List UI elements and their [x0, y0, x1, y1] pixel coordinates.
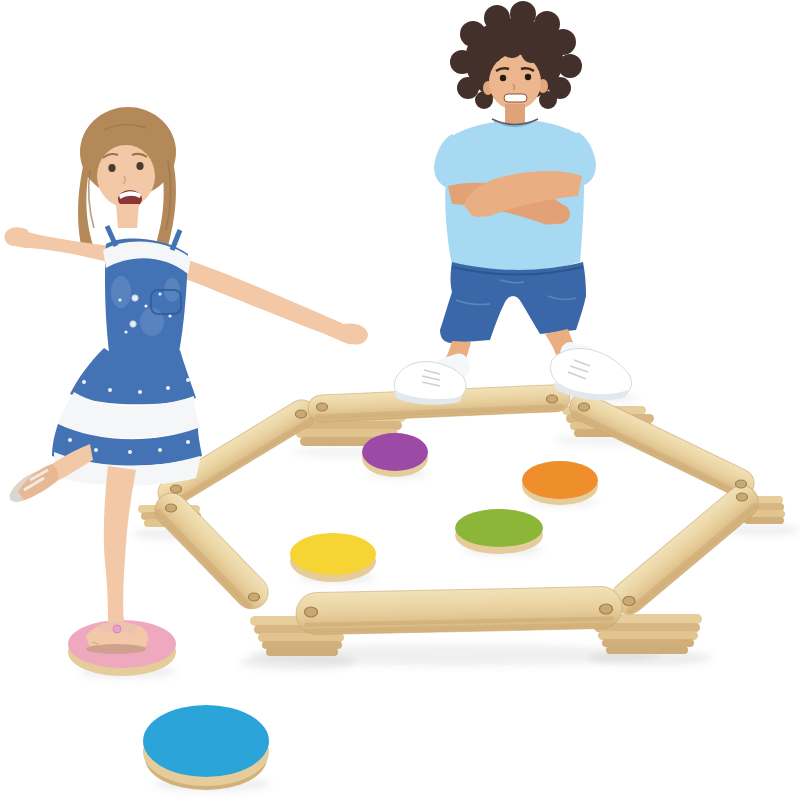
girl-sandal-heart-charm: [113, 625, 121, 633]
boy-fist-right: [550, 204, 570, 224]
disc-purple-felt: [362, 433, 428, 471]
disc-orange-felt: [522, 461, 598, 499]
girl-eye-left: [108, 164, 115, 172]
disc-purple: [362, 433, 428, 477]
disc-green: [455, 509, 543, 554]
boy-eye-left: [500, 75, 506, 81]
disc-blue: [143, 705, 269, 790]
boy: [394, 1, 632, 405]
girl-standing-leg-skin: [104, 466, 136, 624]
boy-sneaker-right: [550, 348, 631, 400]
scene-svg: [0, 0, 800, 800]
product-photo-stage: [0, 0, 800, 800]
girl-arm-right: [178, 258, 359, 344]
girl-neck: [116, 204, 139, 228]
boy-mouth: [504, 94, 527, 102]
disc-yellow-felt: [290, 533, 376, 575]
disc-blue-felt: [143, 705, 269, 777]
boy-neck: [505, 104, 525, 124]
girl-eye-right: [136, 162, 143, 170]
disc-yellow: [290, 533, 376, 582]
girl-sandal-sole: [86, 644, 146, 654]
boy-fist-left: [467, 195, 489, 217]
beam-bottom: [296, 586, 623, 635]
disc-green-felt: [455, 509, 543, 547]
disc-orange: [522, 461, 598, 505]
boy-eye-right: [525, 74, 531, 80]
shadow-joint-bottom-left: [240, 654, 356, 670]
